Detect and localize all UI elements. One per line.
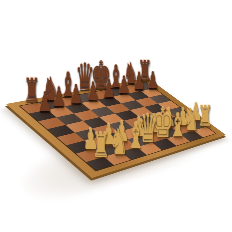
chess-set-photo: ♜♞♝♛♚♝♞♜♟♟♟♟♟♟♟♟♟♟♟♟♟♟♟♟♜♞♝♛♚♝♞♜ <box>0 0 232 232</box>
